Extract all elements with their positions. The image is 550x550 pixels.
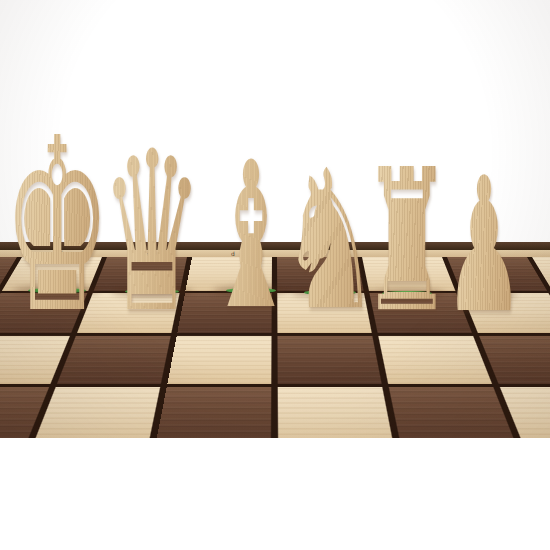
white-pawn-glyph: ♟ — [444, 153, 524, 339]
chess-product-photo: abcdefgh ♚ ♛ ♝ ♞ ♜ ♟ — [0, 0, 550, 550]
white-king-glyph: ♚ — [3, 106, 111, 346]
square-d2[interactable] — [155, 387, 271, 438]
square-e2[interactable] — [278, 387, 394, 438]
white-queen-glyph: ♛ — [100, 122, 203, 343]
square-f2[interactable] — [389, 387, 517, 438]
square-c2[interactable] — [32, 387, 160, 438]
white-rook-glyph: ♜ — [361, 143, 452, 339]
